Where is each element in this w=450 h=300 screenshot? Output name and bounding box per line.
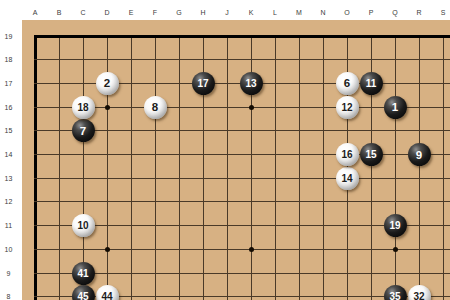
column-label-C: C — [75, 8, 91, 18]
board-edge-line-vertical — [34, 35, 37, 300]
column-label-B: B — [51, 8, 67, 18]
grid-line-horizontal — [34, 273, 450, 274]
row-label-19: 19 — [0, 32, 17, 41]
white-stone-32-R8[interactable]: 32 — [408, 285, 431, 300]
grid-line-horizontal — [34, 249, 450, 250]
row-label-16: 16 — [0, 103, 17, 112]
star-point-D10 — [105, 247, 110, 252]
move-number: 12 — [341, 102, 352, 113]
move-number: 19 — [389, 220, 400, 231]
move-number: 13 — [245, 78, 256, 89]
move-number: 2 — [104, 77, 110, 89]
move-number: 1 — [392, 101, 398, 113]
move-number: 16 — [341, 149, 352, 160]
move-number: 41 — [77, 268, 88, 279]
white-stone-2-D17[interactable]: 2 — [96, 72, 119, 95]
black-stone-45-C8[interactable]: 45 — [72, 285, 95, 300]
move-number: 17 — [197, 78, 208, 89]
grid-line-vertical — [59, 35, 60, 300]
go-diagram: ABCDEFGHJKLMNOPQRS 191817161514131211109… — [0, 0, 450, 300]
move-number: 9 — [416, 149, 422, 161]
go-board-surface[interactable] — [22, 20, 450, 300]
row-label-15: 15 — [0, 126, 17, 135]
black-stone-17-H17[interactable]: 17 — [192, 72, 215, 95]
grid-line-horizontal — [34, 154, 450, 155]
column-label-P: P — [363, 8, 379, 18]
black-stone-13-K17[interactable]: 13 — [240, 72, 263, 95]
move-number: 10 — [77, 220, 88, 231]
grid-line-vertical — [155, 35, 156, 300]
grid-line-vertical — [275, 35, 276, 300]
grid-line-vertical — [131, 35, 132, 300]
row-label-12: 12 — [0, 197, 17, 206]
move-number: 6 — [344, 77, 350, 89]
column-label-K: K — [243, 8, 259, 18]
column-label-S: S — [435, 8, 450, 18]
move-number: 35 — [389, 291, 400, 300]
white-stone-12-O16[interactable]: 12 — [336, 96, 359, 119]
black-stone-15-P14[interactable]: 15 — [360, 143, 383, 166]
grid-line-vertical — [323, 35, 324, 300]
column-label-M: M — [291, 8, 307, 18]
move-number: 7 — [80, 125, 86, 137]
black-stone-41-C9[interactable]: 41 — [72, 262, 95, 285]
move-number: 14 — [341, 173, 352, 184]
column-label-R: R — [411, 8, 427, 18]
star-point-D16 — [105, 105, 110, 110]
star-point-Q10 — [393, 247, 398, 252]
white-stone-16-O14[interactable]: 16 — [336, 143, 359, 166]
white-stone-44-D8[interactable]: 44 — [96, 285, 119, 300]
move-number: 18 — [77, 102, 88, 113]
move-number: 15 — [365, 149, 376, 160]
grid-line-horizontal — [34, 59, 450, 60]
grid-line-horizontal — [34, 130, 450, 131]
grid-line-vertical — [419, 35, 420, 300]
column-label-J: J — [219, 8, 235, 18]
row-label-8: 8 — [0, 292, 17, 300]
move-number: 32 — [413, 291, 424, 300]
grid-line-vertical — [227, 35, 228, 300]
row-label-14: 14 — [0, 150, 17, 159]
white-stone-10-C11[interactable]: 10 — [72, 214, 95, 237]
black-stone-9-R14[interactable]: 9 — [408, 143, 431, 166]
star-point-K16 — [249, 105, 254, 110]
black-stone-19-Q11[interactable]: 19 — [384, 214, 407, 237]
grid-line-vertical — [443, 35, 444, 300]
board-edge-line-horizontal — [34, 35, 450, 38]
column-label-D: D — [99, 8, 115, 18]
column-label-F: F — [147, 8, 163, 18]
grid-line-vertical — [83, 35, 84, 300]
column-label-Q: Q — [387, 8, 403, 18]
grid-line-horizontal — [34, 201, 450, 202]
black-stone-11-P17[interactable]: 11 — [360, 72, 383, 95]
black-stone-35-Q8[interactable]: 35 — [384, 285, 407, 300]
move-number: 8 — [152, 101, 158, 113]
column-label-A: A — [27, 8, 43, 18]
white-stone-6-O17[interactable]: 6 — [336, 72, 359, 95]
grid-line-vertical — [179, 35, 180, 300]
white-stone-18-C16[interactable]: 18 — [72, 96, 95, 119]
black-stone-1-Q16[interactable]: 1 — [384, 96, 407, 119]
row-label-13: 13 — [0, 174, 17, 183]
white-stone-8-F16[interactable]: 8 — [144, 96, 167, 119]
column-label-N: N — [315, 8, 331, 18]
row-label-18: 18 — [0, 55, 17, 64]
row-label-9: 9 — [0, 269, 17, 278]
column-label-H: H — [195, 8, 211, 18]
column-label-L: L — [267, 8, 283, 18]
column-label-E: E — [123, 8, 139, 18]
grid-line-vertical — [299, 35, 300, 300]
move-number: 11 — [366, 78, 377, 89]
white-stone-14-O13[interactable]: 14 — [336, 167, 359, 190]
black-stone-7-C15[interactable]: 7 — [72, 119, 95, 142]
row-label-10: 10 — [0, 245, 17, 254]
grid-line-vertical — [395, 35, 396, 300]
row-label-11: 11 — [0, 221, 17, 230]
grid-line-horizontal — [34, 178, 450, 179]
move-number: 44 — [101, 291, 112, 300]
column-label-O: O — [339, 8, 355, 18]
row-label-17: 17 — [0, 79, 17, 88]
star-point-K10 — [249, 247, 254, 252]
column-label-G: G — [171, 8, 187, 18]
move-number: 45 — [77, 291, 88, 300]
